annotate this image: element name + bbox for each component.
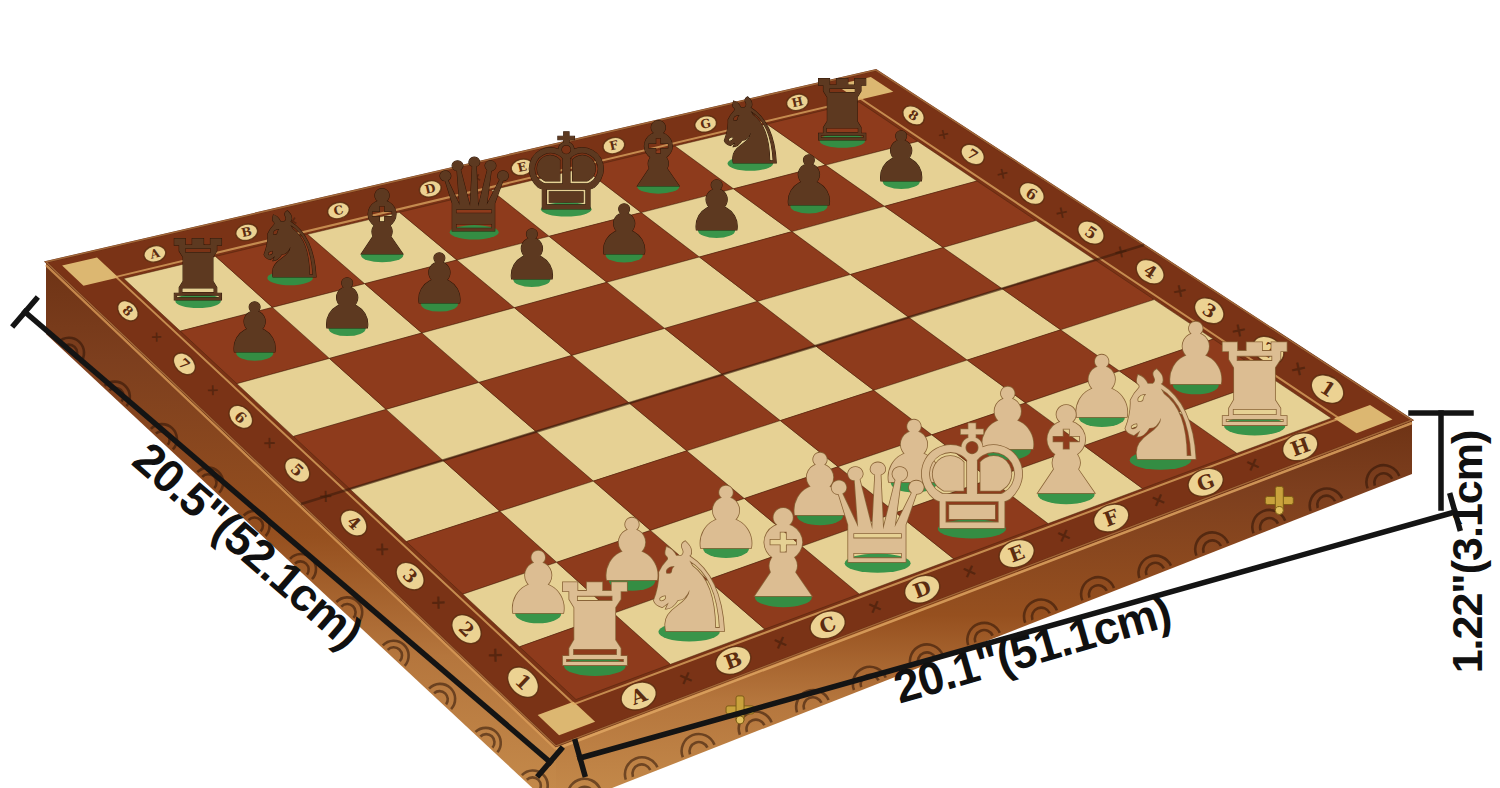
piece-white-knight-g1: ♞ xyxy=(1105,345,1215,488)
piece-glyph: ♜ xyxy=(544,559,646,692)
piece-glyph: ♟ xyxy=(593,190,655,270)
piece-glyph: ♞ xyxy=(634,517,744,660)
piece-glyph: ♟ xyxy=(224,288,286,368)
piece-white-rook-a1: ♜ xyxy=(544,559,646,692)
piece-glyph: ♟ xyxy=(778,141,840,221)
piece-glyph: ♟ xyxy=(501,215,563,295)
piece-black-pawn-b7: ♟ xyxy=(316,264,378,344)
piece-black-pawn-h7: ♟ xyxy=(870,117,932,197)
piece-glyph: ♟ xyxy=(316,264,378,344)
piece-black-pawn-f7: ♟ xyxy=(686,166,748,246)
piece-black-pawn-e7: ♟ xyxy=(593,190,655,270)
piece-glyph: ♟ xyxy=(686,166,748,246)
piece-glyph: ♞ xyxy=(1105,345,1215,488)
piece-glyph: ♜ xyxy=(1204,319,1306,452)
piece-white-rook-h1: ♜ xyxy=(1204,319,1306,452)
piece-white-knight-b1: ♞ xyxy=(634,517,744,660)
chess-set-product-photo: AA88BB77CC66DD55EE44FF33GG22HH11✕✕✕✕✕✕✕✕… xyxy=(0,0,1500,788)
piece-glyph: ♟ xyxy=(870,117,932,197)
piece-black-pawn-d7: ♟ xyxy=(501,215,563,295)
piece-black-pawn-g7: ♟ xyxy=(778,141,840,221)
piece-black-pawn-a7: ♟ xyxy=(224,288,286,368)
piece-white-bishop-c1: ♝ xyxy=(729,484,837,624)
piece-glyph: ♟ xyxy=(409,239,471,319)
piece-glyph: ♝ xyxy=(729,484,837,624)
dimension-label-board-thickness: 1.22"(3.1cm) xyxy=(1443,431,1492,674)
piece-black-pawn-c7: ♟ xyxy=(409,239,471,319)
board-photo-svg: AA88BB77CC66DD55EE44FF33GG22HH11✕✕✕✕✕✕✕✕… xyxy=(0,0,1500,788)
